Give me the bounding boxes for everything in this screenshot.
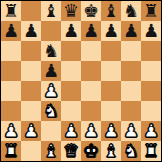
piece-white-rook: ♜ [143,141,159,161]
square-c1[interactable]: ♝ [41,141,61,161]
square-d2[interactable]: ♟ [61,121,81,141]
square-a7[interactable]: ♟ [1,21,21,41]
square-h1[interactable]: ♜ [141,141,161,161]
piece-black-bishop: ♝ [43,1,59,21]
square-g4[interactable] [121,81,141,101]
piece-black-rook: ♜ [3,1,19,21]
square-e8[interactable]: ♚ [81,1,101,21]
piece-white-pawn: ♟ [123,121,139,141]
piece-black-knight: ♞ [123,1,139,21]
square-b4[interactable] [21,81,41,101]
piece-black-king: ♚ [83,1,99,21]
piece-black-pawn: ♟ [63,21,79,41]
square-h4[interactable] [141,81,161,101]
piece-white-pawn: ♟ [43,81,59,101]
square-b8[interactable] [21,1,41,21]
square-f4[interactable] [101,81,121,101]
piece-white-queen: ♛ [63,141,79,161]
square-c6[interactable]: ♞ [41,41,61,61]
square-a8[interactable]: ♜ [1,1,21,21]
piece-black-pawn: ♟ [83,21,99,41]
square-g2[interactable]: ♟ [121,121,141,141]
piece-black-pawn: ♟ [123,21,139,41]
square-h7[interactable]: ♟ [141,21,161,41]
piece-white-rook: ♜ [3,141,19,161]
square-e5[interactable] [81,61,101,81]
square-b6[interactable] [21,41,41,61]
piece-black-queen: ♛ [63,1,79,21]
square-e4[interactable] [81,81,101,101]
square-f8[interactable]: ♝ [101,1,121,21]
square-f7[interactable]: ♟ [101,21,121,41]
square-a4[interactable] [1,81,21,101]
square-c7[interactable] [41,21,61,41]
piece-black-pawn: ♟ [43,61,59,81]
piece-black-knight: ♞ [43,41,59,61]
square-d5[interactable] [61,61,81,81]
square-g6[interactable] [121,41,141,61]
piece-black-bishop: ♝ [103,1,119,21]
square-f2[interactable]: ♟ [101,121,121,141]
square-a2[interactable]: ♟ [1,121,21,141]
square-h5[interactable] [141,61,161,81]
square-c8[interactable]: ♝ [41,1,61,21]
piece-black-pawn: ♟ [3,21,19,41]
square-d7[interactable]: ♟ [61,21,81,41]
square-c5[interactable]: ♟ [41,61,61,81]
piece-white-bishop: ♝ [103,141,119,161]
square-h3[interactable] [141,101,161,121]
square-h6[interactable] [141,41,161,61]
square-b2[interactable]: ♟ [21,121,41,141]
piece-white-pawn: ♟ [63,121,79,141]
square-a5[interactable] [1,61,21,81]
square-e6[interactable] [81,41,101,61]
piece-white-pawn: ♟ [23,121,39,141]
square-g1[interactable]: ♞ [121,141,141,161]
square-f3[interactable] [101,101,121,121]
square-d6[interactable] [61,41,81,61]
square-g3[interactable] [121,101,141,121]
square-d1[interactable]: ♛ [61,141,81,161]
piece-black-rook: ♜ [143,1,159,21]
square-e7[interactable]: ♟ [81,21,101,41]
square-a3[interactable] [1,101,21,121]
square-e3[interactable] [81,101,101,121]
piece-black-pawn: ♟ [103,21,119,41]
square-h8[interactable]: ♜ [141,1,161,21]
piece-white-bishop: ♝ [43,141,59,161]
piece-white-pawn: ♟ [103,121,119,141]
piece-white-knight: ♞ [43,101,59,121]
chess-board-frame: ♜♝♛♚♝♞♜♟♟♟♟♟♟♟♞♟♟♞♟♟♟♟♟♟♟♜♝♛♚♝♞♜ [0,0,162,162]
square-f6[interactable] [101,41,121,61]
square-b5[interactable] [21,61,41,81]
chess-board: ♜♝♛♚♝♞♜♟♟♟♟♟♟♟♞♟♟♞♟♟♟♟♟♟♟♜♝♛♚♝♞♜ [1,1,161,161]
square-c2[interactable] [41,121,61,141]
piece-white-pawn: ♟ [83,121,99,141]
square-b7[interactable]: ♟ [21,21,41,41]
piece-black-pawn: ♟ [23,21,39,41]
square-b1[interactable] [21,141,41,161]
piece-white-pawn: ♟ [3,121,19,141]
piece-white-king: ♚ [83,141,99,161]
piece-black-pawn: ♟ [143,21,159,41]
square-d8[interactable]: ♛ [61,1,81,21]
square-a1[interactable]: ♜ [1,141,21,161]
square-g7[interactable]: ♟ [121,21,141,41]
square-g8[interactable]: ♞ [121,1,141,21]
piece-white-pawn: ♟ [143,121,159,141]
square-e1[interactable]: ♚ [81,141,101,161]
square-a6[interactable] [1,41,21,61]
square-f1[interactable]: ♝ [101,141,121,161]
piece-white-knight: ♞ [123,141,139,161]
square-d4[interactable] [61,81,81,101]
square-f5[interactable] [101,61,121,81]
square-b3[interactable] [21,101,41,121]
square-c3[interactable]: ♞ [41,101,61,121]
square-h2[interactable]: ♟ [141,121,161,141]
square-g5[interactable] [121,61,141,81]
square-d3[interactable] [61,101,81,121]
square-e2[interactable]: ♟ [81,121,101,141]
square-c4[interactable]: ♟ [41,81,61,101]
